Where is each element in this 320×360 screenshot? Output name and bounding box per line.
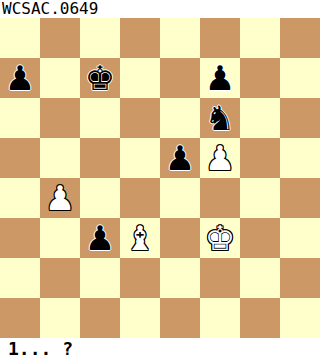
square-b6[interactable] bbox=[40, 98, 80, 138]
square-a6[interactable] bbox=[0, 98, 40, 138]
square-a2[interactable] bbox=[0, 258, 40, 298]
square-f6[interactable]: ♞ bbox=[200, 98, 240, 138]
square-f8[interactable] bbox=[200, 18, 240, 58]
square-g8[interactable] bbox=[240, 18, 280, 58]
square-c5[interactable] bbox=[80, 138, 120, 178]
square-g1[interactable] bbox=[240, 298, 280, 338]
piece-black-king: ♚ bbox=[80, 58, 120, 98]
square-d1[interactable] bbox=[120, 298, 160, 338]
square-g7[interactable] bbox=[240, 58, 280, 98]
piece-black-knight: ♞ bbox=[200, 98, 240, 138]
square-e7[interactable] bbox=[160, 58, 200, 98]
chess-diagram-window: WCSAC.0649 ♟♚♟♞♟♟♟♟♝♚ 1... ? bbox=[0, 0, 320, 360]
square-f2[interactable] bbox=[200, 258, 240, 298]
square-b4[interactable]: ♟ bbox=[40, 178, 80, 218]
square-f3[interactable]: ♚ bbox=[200, 218, 240, 258]
square-h1[interactable] bbox=[280, 298, 320, 338]
piece-black-pawn: ♟ bbox=[200, 58, 240, 98]
piece-black-pawn: ♟ bbox=[80, 218, 120, 258]
square-b7[interactable] bbox=[40, 58, 80, 98]
square-e1[interactable] bbox=[160, 298, 200, 338]
square-h4[interactable] bbox=[280, 178, 320, 218]
square-d8[interactable] bbox=[120, 18, 160, 58]
square-c1[interactable] bbox=[80, 298, 120, 338]
square-b8[interactable] bbox=[40, 18, 80, 58]
square-a4[interactable] bbox=[0, 178, 40, 218]
square-c3[interactable]: ♟ bbox=[80, 218, 120, 258]
diagram-title: WCSAC.0649 bbox=[0, 0, 320, 18]
move-prompt: 1... ? bbox=[0, 338, 320, 360]
square-h2[interactable] bbox=[280, 258, 320, 298]
square-g2[interactable] bbox=[240, 258, 280, 298]
square-d5[interactable] bbox=[120, 138, 160, 178]
square-e6[interactable] bbox=[160, 98, 200, 138]
square-g6[interactable] bbox=[240, 98, 280, 138]
piece-white-bishop: ♝ bbox=[120, 218, 160, 258]
square-h8[interactable] bbox=[280, 18, 320, 58]
square-c8[interactable] bbox=[80, 18, 120, 58]
square-f5[interactable]: ♟ bbox=[200, 138, 240, 178]
square-e3[interactable] bbox=[160, 218, 200, 258]
square-g5[interactable] bbox=[240, 138, 280, 178]
square-b5[interactable] bbox=[40, 138, 80, 178]
square-d4[interactable] bbox=[120, 178, 160, 218]
square-c2[interactable] bbox=[80, 258, 120, 298]
square-b3[interactable] bbox=[40, 218, 80, 258]
square-c7[interactable]: ♚ bbox=[80, 58, 120, 98]
square-c6[interactable] bbox=[80, 98, 120, 138]
piece-white-pawn: ♟ bbox=[200, 138, 240, 178]
square-h6[interactable] bbox=[280, 98, 320, 138]
square-a8[interactable] bbox=[0, 18, 40, 58]
square-e8[interactable] bbox=[160, 18, 200, 58]
piece-white-pawn: ♟ bbox=[40, 178, 80, 218]
square-g4[interactable] bbox=[240, 178, 280, 218]
square-a1[interactable] bbox=[0, 298, 40, 338]
piece-black-pawn: ♟ bbox=[160, 138, 200, 178]
square-b2[interactable] bbox=[40, 258, 80, 298]
square-h5[interactable] bbox=[280, 138, 320, 178]
square-f4[interactable] bbox=[200, 178, 240, 218]
square-e4[interactable] bbox=[160, 178, 200, 218]
piece-black-pawn: ♟ bbox=[0, 58, 40, 98]
square-d3[interactable]: ♝ bbox=[120, 218, 160, 258]
square-f7[interactable]: ♟ bbox=[200, 58, 240, 98]
square-f1[interactable] bbox=[200, 298, 240, 338]
square-a7[interactable]: ♟ bbox=[0, 58, 40, 98]
square-c4[interactable] bbox=[80, 178, 120, 218]
square-e5[interactable]: ♟ bbox=[160, 138, 200, 178]
square-e2[interactable] bbox=[160, 258, 200, 298]
square-a5[interactable] bbox=[0, 138, 40, 178]
square-h3[interactable] bbox=[280, 218, 320, 258]
square-d6[interactable] bbox=[120, 98, 160, 138]
square-g3[interactable] bbox=[240, 218, 280, 258]
piece-white-king: ♚ bbox=[200, 218, 240, 258]
square-b1[interactable] bbox=[40, 298, 80, 338]
square-d7[interactable] bbox=[120, 58, 160, 98]
square-h7[interactable] bbox=[280, 58, 320, 98]
square-d2[interactable] bbox=[120, 258, 160, 298]
chess-board: ♟♚♟♞♟♟♟♟♝♚ bbox=[0, 18, 320, 338]
square-a3[interactable] bbox=[0, 218, 40, 258]
